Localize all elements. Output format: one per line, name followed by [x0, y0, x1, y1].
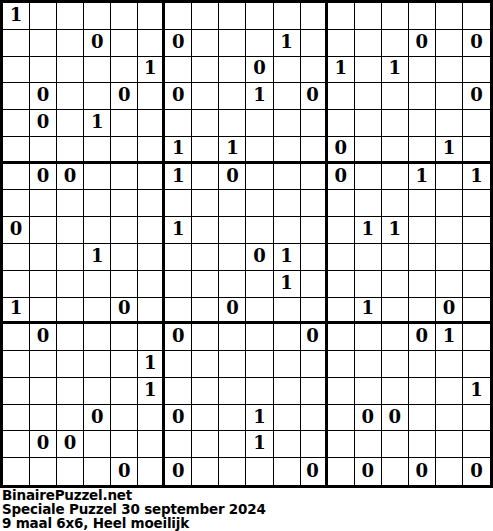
cell-r12c7[interactable] [165, 298, 192, 325]
cell-r7c6[interactable] [138, 164, 165, 191]
cell-r12c11[interactable] [274, 298, 301, 325]
cell-r8c1[interactable] [3, 190, 30, 217]
cell-r12c5: 0 [111, 298, 138, 325]
cell-r14c13[interactable] [328, 351, 355, 378]
cell-r3c6: 1 [138, 57, 165, 84]
cell-r4c1[interactable] [3, 83, 30, 110]
cell-r17c9[interactable] [219, 431, 246, 458]
cell-r6c7: 1 [165, 137, 192, 164]
cell-r4c3[interactable] [57, 83, 84, 110]
cell-r10c15[interactable] [382, 244, 409, 271]
cell-r3c10: 0 [246, 57, 273, 84]
cell-r18c8[interactable] [192, 458, 219, 485]
cell-r5c2: 0 [30, 110, 57, 137]
cell-r18c4[interactable] [84, 458, 111, 485]
cell-r2c13[interactable] [328, 30, 355, 57]
cell-r18c3[interactable] [57, 458, 84, 485]
cell-r12c14: 1 [355, 298, 382, 325]
cell-r16c9[interactable] [219, 405, 246, 432]
cell-r10c5[interactable] [111, 244, 138, 271]
cell-r10c16[interactable] [409, 244, 436, 271]
cell-r11c17[interactable] [436, 271, 463, 298]
cell-r16c14: 0 [355, 405, 382, 432]
cell-r8c3[interactable] [57, 190, 84, 217]
cell-r14c3[interactable] [57, 351, 84, 378]
cell-r17c7[interactable] [165, 431, 192, 458]
cell-r16c13[interactable] [328, 405, 355, 432]
cell-r13c13[interactable] [328, 324, 355, 351]
cell-r16c12[interactable] [301, 405, 328, 432]
cell-r18c17[interactable] [436, 458, 463, 485]
cell-r13c16: 0 [409, 324, 436, 351]
cell-r10c17[interactable] [436, 244, 463, 271]
cell-r9c7: 1 [165, 217, 192, 244]
cell-r4c14[interactable] [355, 83, 382, 110]
cell-r8c8[interactable] [192, 190, 219, 217]
cell-r14c6: 1 [138, 351, 165, 378]
cell-r7c7: 1 [165, 164, 192, 191]
cell-r16c4: 0 [84, 405, 111, 432]
cell-r7c13: 0 [328, 164, 355, 191]
cell-r9c16[interactable] [409, 217, 436, 244]
cell-r7c4[interactable] [84, 164, 111, 191]
cell-r5c13[interactable] [328, 110, 355, 137]
cell-r12c3[interactable] [57, 298, 84, 325]
cell-r13c3[interactable] [57, 324, 84, 351]
cell-r7c2: 0 [30, 164, 57, 191]
cell-r13c10[interactable] [246, 324, 273, 351]
cell-r9c3[interactable] [57, 217, 84, 244]
cell-r7c17[interactable] [436, 164, 463, 191]
cell-r9c10[interactable] [246, 217, 273, 244]
cell-r3c1[interactable] [3, 57, 30, 84]
cell-r11c12[interactable] [301, 271, 328, 298]
cell-r7c3: 0 [57, 164, 84, 191]
cell-r4c17[interactable] [436, 83, 463, 110]
cell-r10c12[interactable] [301, 244, 328, 271]
cell-r11c1[interactable] [3, 271, 30, 298]
cell-r8c7[interactable] [165, 190, 192, 217]
cell-r13c9[interactable] [219, 324, 246, 351]
cell-r5c9[interactable] [219, 110, 246, 137]
cell-r6c18[interactable] [463, 137, 490, 164]
cell-r7c1[interactable] [3, 164, 30, 191]
cell-r14c17[interactable] [436, 351, 463, 378]
cell-r16c15: 0 [382, 405, 409, 432]
cell-r15c6: 1 [138, 378, 165, 405]
cell-r18c7: 0 [165, 458, 192, 485]
cell-r15c16[interactable] [409, 378, 436, 405]
cell-r9c15: 1 [382, 217, 409, 244]
cell-r2c15[interactable] [382, 30, 409, 57]
cell-r12c2[interactable] [30, 298, 57, 325]
cell-r5c17[interactable] [436, 110, 463, 137]
cell-r3c18[interactable] [463, 57, 490, 84]
cell-r13c15[interactable] [382, 324, 409, 351]
cell-r8c12[interactable] [301, 190, 328, 217]
cell-r8c14[interactable] [355, 190, 382, 217]
cell-r13c5[interactable] [111, 324, 138, 351]
cell-r9c6[interactable] [138, 217, 165, 244]
cell-r13c8[interactable] [192, 324, 219, 351]
cell-r11c7[interactable] [165, 271, 192, 298]
cell-r14c18[interactable] [463, 351, 490, 378]
cell-r13c14[interactable] [355, 324, 382, 351]
cell-r3c5[interactable] [111, 57, 138, 84]
cell-r17c1[interactable] [3, 431, 30, 458]
cell-r4c16[interactable] [409, 83, 436, 110]
cell-r2c6[interactable] [138, 30, 165, 57]
cell-r7c5[interactable] [111, 164, 138, 191]
cell-r8c9[interactable] [219, 190, 246, 217]
cell-r14c8[interactable] [192, 351, 219, 378]
cell-r9c13[interactable] [328, 217, 355, 244]
cell-r11c6[interactable] [138, 271, 165, 298]
cell-r12c18[interactable] [463, 298, 490, 325]
cell-r1c15[interactable] [382, 3, 409, 30]
cell-r6c5[interactable] [111, 137, 138, 164]
cell-r6c4[interactable] [84, 137, 111, 164]
cell-r15c14[interactable] [355, 378, 382, 405]
cell-r12c12[interactable] [301, 298, 328, 325]
cell-r1c7[interactable] [165, 3, 192, 30]
cell-r5c18[interactable] [463, 110, 490, 137]
cell-r6c15[interactable] [382, 137, 409, 164]
cell-r14c16[interactable] [409, 351, 436, 378]
cell-r8c16[interactable] [409, 190, 436, 217]
cell-r4c13[interactable] [328, 83, 355, 110]
cell-r1c3[interactable] [57, 3, 84, 30]
cell-r15c15[interactable] [382, 378, 409, 405]
puzzle-subtitle: 9 maal 6x6, Heel moeilijk [2, 517, 493, 531]
cell-r3c16[interactable] [409, 57, 436, 84]
cell-r9c5[interactable] [111, 217, 138, 244]
cell-r2c14[interactable] [355, 30, 382, 57]
cell-r15c1[interactable] [3, 378, 30, 405]
cell-r13c4[interactable] [84, 324, 111, 351]
cell-r14c15[interactable] [382, 351, 409, 378]
cell-r15c2[interactable] [30, 378, 57, 405]
cell-r8c5[interactable] [111, 190, 138, 217]
cell-r6c1[interactable] [3, 137, 30, 164]
cell-r13c6[interactable] [138, 324, 165, 351]
cell-r8c17[interactable] [436, 190, 463, 217]
cell-r9c4[interactable] [84, 217, 111, 244]
cell-r11c8[interactable] [192, 271, 219, 298]
cell-r1c9[interactable] [219, 3, 246, 30]
cell-r2c12[interactable] [301, 30, 328, 57]
cell-r5c15[interactable] [382, 110, 409, 137]
cell-r2c10[interactable] [246, 30, 273, 57]
cell-r9c18[interactable] [463, 217, 490, 244]
cell-r6c11[interactable] [274, 137, 301, 164]
cell-r7c10[interactable] [246, 164, 273, 191]
cell-r18c15[interactable] [382, 458, 409, 485]
cell-r15c10[interactable] [246, 378, 273, 405]
cell-r14c1[interactable] [3, 351, 30, 378]
cell-r13c18[interactable] [463, 324, 490, 351]
footer: BinairePuzzel.net Speciale Puzzel 30 sep… [0, 488, 493, 530]
cell-r16c8[interactable] [192, 405, 219, 432]
cell-r18c11[interactable] [274, 458, 301, 485]
cell-r17c17[interactable] [436, 431, 463, 458]
cell-r7c14[interactable] [355, 164, 382, 191]
cell-r18c6[interactable] [138, 458, 165, 485]
cell-r17c5[interactable] [111, 431, 138, 458]
cell-r7c15[interactable] [382, 164, 409, 191]
cell-r17c14[interactable] [355, 431, 382, 458]
cell-r12c13[interactable] [328, 298, 355, 325]
cell-r6c10[interactable] [246, 137, 273, 164]
cell-r16c2[interactable] [30, 405, 57, 432]
cell-r7c12[interactable] [301, 164, 328, 191]
cell-r12c10[interactable] [246, 298, 273, 325]
cell-r18c5: 0 [111, 458, 138, 485]
cell-r3c7[interactable] [165, 57, 192, 84]
cell-r16c16[interactable] [409, 405, 436, 432]
cell-r13c2: 0 [30, 324, 57, 351]
cell-r11c16[interactable] [409, 271, 436, 298]
cell-r8c4[interactable] [84, 190, 111, 217]
cell-r3c12[interactable] [301, 57, 328, 84]
cell-r10c18[interactable] [463, 244, 490, 271]
cell-r3c11[interactable] [274, 57, 301, 84]
cell-r4c10: 1 [246, 83, 273, 110]
cell-r6c12[interactable] [301, 137, 328, 164]
cell-r15c3[interactable] [57, 378, 84, 405]
cell-r4c9[interactable] [219, 83, 246, 110]
cell-r7c16: 1 [409, 164, 436, 191]
cell-r4c4[interactable] [84, 83, 111, 110]
cell-r5c8[interactable] [192, 110, 219, 137]
cell-r9c12[interactable] [301, 217, 328, 244]
cell-r11c3[interactable] [57, 271, 84, 298]
cell-r3c8[interactable] [192, 57, 219, 84]
cell-r5c12[interactable] [301, 110, 328, 137]
cell-r15c7[interactable] [165, 378, 192, 405]
cell-r6c14[interactable] [355, 137, 382, 164]
cell-r9c2[interactable] [30, 217, 57, 244]
cell-r15c8[interactable] [192, 378, 219, 405]
cell-r13c11[interactable] [274, 324, 301, 351]
cell-r5c1[interactable] [3, 110, 30, 137]
cell-r2c3[interactable] [57, 30, 84, 57]
cell-r13c12: 0 [301, 324, 328, 351]
cell-r3c3[interactable] [57, 57, 84, 84]
cell-r12c6[interactable] [138, 298, 165, 325]
cell-r12c9: 0 [219, 298, 246, 325]
cell-r15c9[interactable] [219, 378, 246, 405]
cell-r14c7[interactable] [165, 351, 192, 378]
cell-r4c5: 0 [111, 83, 138, 110]
cell-r8c11[interactable] [274, 190, 301, 217]
cell-r6c3[interactable] [57, 137, 84, 164]
cell-r1c4[interactable] [84, 3, 111, 30]
cell-r2c5[interactable] [111, 30, 138, 57]
cell-r17c18[interactable] [463, 431, 490, 458]
cell-r14c10[interactable] [246, 351, 273, 378]
cell-r5c11[interactable] [274, 110, 301, 137]
cell-r18c1[interactable] [3, 458, 30, 485]
cell-r5c5[interactable] [111, 110, 138, 137]
cell-r17c13[interactable] [328, 431, 355, 458]
cell-r15c11[interactable] [274, 378, 301, 405]
cell-r11c4[interactable] [84, 271, 111, 298]
cell-r9c8[interactable] [192, 217, 219, 244]
cell-r14c14[interactable] [355, 351, 382, 378]
cell-r6c6[interactable] [138, 137, 165, 164]
cell-r3c17[interactable] [436, 57, 463, 84]
cell-r4c15[interactable] [382, 83, 409, 110]
cell-r8c10[interactable] [246, 190, 273, 217]
cell-r3c9[interactable] [219, 57, 246, 84]
cell-r12c15[interactable] [382, 298, 409, 325]
cell-r1c2[interactable] [30, 3, 57, 30]
cell-r5c6[interactable] [138, 110, 165, 137]
cell-r2c17[interactable] [436, 30, 463, 57]
cell-r4c2: 0 [30, 83, 57, 110]
cell-r3c4[interactable] [84, 57, 111, 84]
cell-r1c16[interactable] [409, 3, 436, 30]
cell-r14c4[interactable] [84, 351, 111, 378]
cell-r18c13[interactable] [328, 458, 355, 485]
cell-r1c12[interactable] [301, 3, 328, 30]
cell-r16c7: 0 [165, 405, 192, 432]
cell-r16c11[interactable] [274, 405, 301, 432]
cell-r12c8[interactable] [192, 298, 219, 325]
cell-r10c14[interactable] [355, 244, 382, 271]
cell-r9c17[interactable] [436, 217, 463, 244]
cell-r1c18[interactable] [463, 3, 490, 30]
cell-r5c16[interactable] [409, 110, 436, 137]
cell-r18c9[interactable] [219, 458, 246, 485]
cell-r1c11[interactable] [274, 3, 301, 30]
cell-r18c2[interactable] [30, 458, 57, 485]
cell-r14c9[interactable] [219, 351, 246, 378]
cell-r6c16[interactable] [409, 137, 436, 164]
cell-r3c2[interactable] [30, 57, 57, 84]
cell-r10c13[interactable] [328, 244, 355, 271]
cell-r8c18[interactable] [463, 190, 490, 217]
cell-r1c14[interactable] [355, 3, 382, 30]
cell-r1c8[interactable] [192, 3, 219, 30]
cell-r12c4[interactable] [84, 298, 111, 325]
cell-r5c14[interactable] [355, 110, 382, 137]
cell-r11c5[interactable] [111, 271, 138, 298]
cell-r4c7: 0 [165, 83, 192, 110]
cell-r18c12: 0 [301, 458, 328, 485]
cell-r2c2[interactable] [30, 30, 57, 57]
cell-r5c3[interactable] [57, 110, 84, 137]
cell-r4c6[interactable] [138, 83, 165, 110]
cell-r15c5[interactable] [111, 378, 138, 405]
cell-r6c8[interactable] [192, 137, 219, 164]
cell-r15c13[interactable] [328, 378, 355, 405]
cell-r14c12[interactable] [301, 351, 328, 378]
cell-r15c18: 1 [463, 378, 490, 405]
cell-r15c17[interactable] [436, 378, 463, 405]
cell-r9c11[interactable] [274, 217, 301, 244]
cell-r17c15[interactable] [382, 431, 409, 458]
cell-r11c18[interactable] [463, 271, 490, 298]
cell-r18c16: 0 [409, 458, 436, 485]
cell-r8c6[interactable] [138, 190, 165, 217]
cell-r15c12[interactable] [301, 378, 328, 405]
cell-r2c1[interactable] [3, 30, 30, 57]
cell-r1c13[interactable] [328, 3, 355, 30]
cell-r10c6[interactable] [138, 244, 165, 271]
cell-r1c10[interactable] [246, 3, 273, 30]
cell-r8c2[interactable] [30, 190, 57, 217]
cell-r16c18[interactable] [463, 405, 490, 432]
cell-r17c8[interactable] [192, 431, 219, 458]
cell-r14c5[interactable] [111, 351, 138, 378]
cell-r1c6[interactable] [138, 3, 165, 30]
cell-r7c8[interactable] [192, 164, 219, 191]
cell-r11c13[interactable] [328, 271, 355, 298]
cell-r12c16[interactable] [409, 298, 436, 325]
cell-r8c13[interactable] [328, 190, 355, 217]
cell-r11c9[interactable] [219, 271, 246, 298]
cell-r17c11[interactable] [274, 431, 301, 458]
cell-r16c5[interactable] [111, 405, 138, 432]
cell-r16c1[interactable] [3, 405, 30, 432]
cell-r5c7[interactable] [165, 110, 192, 137]
cell-r13c17: 1 [436, 324, 463, 351]
cell-r17c6[interactable] [138, 431, 165, 458]
cell-r17c16[interactable] [409, 431, 436, 458]
cell-r16c3[interactable] [57, 405, 84, 432]
cell-r11c15[interactable] [382, 271, 409, 298]
cell-r10c8[interactable] [192, 244, 219, 271]
cell-r5c10[interactable] [246, 110, 273, 137]
cell-r11c2[interactable] [30, 271, 57, 298]
cell-r10c9[interactable] [219, 244, 246, 271]
cell-r14c11[interactable] [274, 351, 301, 378]
cell-r1c5[interactable] [111, 3, 138, 30]
cell-r9c9[interactable] [219, 217, 246, 244]
cell-r16c17[interactable] [436, 405, 463, 432]
cell-r1c17[interactable] [436, 3, 463, 30]
cell-r17c12[interactable] [301, 431, 328, 458]
cell-r4c11[interactable] [274, 83, 301, 110]
cell-r11c10[interactable] [246, 271, 273, 298]
puzzle-page: 1001001011000100011101001001101111011100… [0, 0, 493, 531]
cell-r2c9[interactable] [219, 30, 246, 57]
cell-r13c1[interactable] [3, 324, 30, 351]
cell-r7c18: 1 [463, 164, 490, 191]
cell-r11c14[interactable] [355, 271, 382, 298]
cell-r16c6[interactable] [138, 405, 165, 432]
cell-r10c3[interactable] [57, 244, 84, 271]
cell-r3c14[interactable] [355, 57, 382, 84]
cell-r10c1[interactable] [3, 244, 30, 271]
cell-r15c4[interactable] [84, 378, 111, 405]
cell-r8c15[interactable] [382, 190, 409, 217]
cell-r18c10[interactable] [246, 458, 273, 485]
cell-r12c17: 0 [436, 298, 463, 325]
cell-r2c4: 0 [84, 30, 111, 57]
cell-r10c7[interactable] [165, 244, 192, 271]
cell-r17c2: 0 [30, 431, 57, 458]
cell-r2c8[interactable] [192, 30, 219, 57]
cell-r7c11[interactable] [274, 164, 301, 191]
cell-r10c2[interactable] [30, 244, 57, 271]
cell-r4c8[interactable] [192, 83, 219, 110]
cell-r17c4[interactable] [84, 431, 111, 458]
cell-r14c2[interactable] [30, 351, 57, 378]
cell-r6c2[interactable] [30, 137, 57, 164]
